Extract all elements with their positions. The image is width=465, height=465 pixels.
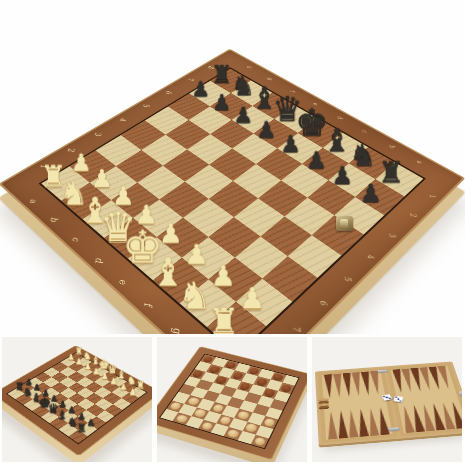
checkers-square (230, 370, 246, 381)
square-c3 (94, 387, 111, 398)
rank-label-3: 3 (93, 132, 103, 136)
checkers-square (223, 360, 239, 370)
checkers-square (200, 354, 216, 364)
square-f5 (51, 382, 68, 393)
latch-clasp-icon (336, 216, 353, 231)
black-rook-piece-h8: ♜ (15, 382, 24, 392)
white-pawn-piece-f2: ♟ (84, 362, 91, 370)
rank-label-far-1: 1 (427, 194, 437, 198)
square-g6 (34, 383, 51, 394)
square-g2: ♟ (68, 362, 84, 372)
black-rook-piece-a8: ♜ (211, 62, 233, 87)
backgammon-scene (312, 337, 462, 462)
square-g7: ♟ (25, 388, 42, 399)
rank-label-far-2: 2 (408, 213, 419, 217)
hinge-icon (388, 427, 399, 431)
checkers-square (266, 379, 282, 390)
white-pawn-piece-g2: ♟ (76, 358, 83, 366)
checkers-square (184, 376, 201, 387)
square-e8: ♚ (298, 119, 342, 148)
white-pawn-piece-h2: ♟ (68, 353, 75, 361)
rank-label-7: 7 (186, 78, 195, 81)
backgammon-point (333, 374, 344, 398)
black-pawn-piece-e7: ♟ (281, 133, 302, 156)
square-e1: ♚ (93, 367, 109, 377)
file-label-far-b: b (387, 145, 396, 148)
white-queen-piece-d1: ♛ (108, 364, 118, 375)
square-f8: ♝ (323, 132, 368, 163)
black-pawn-piece-g7: ♟ (332, 164, 354, 188)
backgammon-point-row (400, 401, 462, 433)
square-h1: ♜ (68, 353, 84, 362)
square-a6 (168, 93, 210, 120)
latch-clasp-pin (340, 219, 348, 228)
checkers-square (246, 366, 262, 376)
backgammon-point (351, 372, 363, 396)
rank-label-1: 1 (39, 164, 50, 168)
dark-checker (232, 372, 244, 379)
backgammon-half (318, 368, 397, 443)
square-d7: ♟ (254, 119, 298, 148)
backgammon-point-row (326, 407, 389, 439)
square-a1: ♜ (129, 387, 146, 398)
square-a5 (145, 107, 188, 135)
square-b6 (188, 106, 231, 134)
product-photo-canvas: ♜♞♝♛♚♝♞♜♟♟♟♟♟♟♟♟♟♟♟♟♟♟♟♟♜♞♝♛♚♝♞♜aabbccdd… (0, 0, 465, 465)
backgammon-point (437, 366, 453, 390)
checkers-square (218, 367, 234, 378)
rank-label-6: 6 (164, 91, 173, 94)
checkers-square (201, 372, 218, 383)
white-bishop-piece-c1: ♝ (117, 369, 127, 380)
checkers-square (220, 386, 237, 397)
file-label-far-a: a (415, 160, 425, 163)
checkers-square (190, 387, 207, 398)
square-h4 (44, 367, 60, 377)
square-c5 (187, 134, 232, 165)
rank-label-far-4: 4 (365, 254, 376, 258)
checkers-square (208, 382, 225, 393)
dark-checker (249, 367, 260, 374)
black-queen-piece-d8: ♛ (273, 92, 303, 126)
rank-label-far-7: 7 (291, 326, 303, 331)
square-h6 (26, 377, 43, 388)
backgammon-point (370, 371, 383, 395)
square-f2: ♟ (76, 367, 92, 377)
backgammon-point-row (324, 371, 383, 399)
backgammon-box (315, 361, 462, 445)
checkers-square (195, 361, 211, 371)
rank-label-far-6: 6 (318, 300, 329, 305)
thumbnail-strip: ♜♞♝♛♚♝♞♜♟♟♟♟♟♟♟♟♟♟♟♟♟♟♟♟♜♞♝♛♚♝♞♜ (2, 337, 462, 462)
dark-checker (209, 366, 221, 373)
dark-checker (239, 383, 251, 391)
square-e5 (60, 388, 77, 399)
white-pawn-piece-c2: ♟ (110, 377, 117, 385)
checkers-scene (168, 337, 296, 461)
square-g5 (43, 377, 60, 388)
square-h7: ♟ (17, 383, 34, 394)
square-d3 (85, 382, 102, 393)
square-h1: ♜ (207, 302, 266, 334)
square-c6 (210, 120, 254, 149)
file-label-far-d: d (336, 116, 345, 119)
file-label-g: g (171, 327, 184, 333)
white-bishop-piece-f1: ♝ (91, 355, 100, 365)
checkers-square (196, 379, 213, 390)
chess-board: ♜♞♝♛♚♝♞♜♟♟♟♟♟♟♟♟♟♟♟♟♟♟♟♟♜♞♝♛♚♝♞♜aabbccdd… (0, 49, 465, 334)
square-f6 (281, 164, 329, 198)
square-c8: ♝ (252, 93, 294, 120)
dark-checker (256, 378, 268, 386)
white-knight-piece-b1: ♞ (126, 375, 135, 385)
dark-checker (281, 384, 292, 392)
dark-checker (264, 389, 276, 397)
square-e3 (77, 377, 94, 388)
file-label-f: f (142, 303, 154, 307)
white-pawn-piece-b2: ♟ (120, 382, 128, 390)
square-d6 (232, 133, 277, 164)
checkers-square (278, 383, 294, 394)
file-label-d: d (93, 257, 105, 262)
square-b3 (116, 150, 163, 182)
black-pawn-piece-h7: ♟ (360, 181, 382, 206)
mini-chess-board: ♜♞♝♛♚♝♞♜♟♟♟♟♟♟♟♟♟♟♟♟♟♟♟♟♜♞♝♛♚♝♞♜ (2, 345, 152, 456)
square-a7: ♟ (190, 81, 231, 106)
main-photo[interactable]: ♜♞♝♛♚♝♞♜♟♟♟♟♟♟♟♟♟♟♟♟♟♟♟♟♜♞♝♛♚♝♞♜aabbccdd… (0, 0, 465, 334)
file-label-c: c (70, 237, 82, 241)
square-a3 (96, 135, 142, 166)
backgammon-half (386, 363, 462, 436)
square-f6 (42, 388, 59, 399)
square-a8: ♜ (210, 69, 250, 93)
light-checker (169, 402, 182, 410)
light-checker (194, 409, 207, 418)
square-b1: ♞ (119, 382, 136, 393)
white-pawn-piece-d2: ♟ (101, 372, 108, 380)
thumbnail-backgammon[interactable] (312, 337, 462, 462)
square-c1: ♝ (82, 200, 133, 238)
white-pawn-piece-e2: ♟ (93, 367, 100, 375)
backgammon-point-row (392, 366, 453, 393)
file-label-far-g: g (267, 78, 275, 81)
white-knight-piece-g1: ♞ (83, 351, 92, 361)
light-checker (253, 436, 266, 446)
square-h5 (35, 372, 52, 382)
file-label-far-c: c (361, 130, 370, 133)
black-pawn-piece-f7: ♟ (306, 148, 327, 172)
white-rook-piece-a1: ♜ (136, 381, 145, 391)
checkers-square (190, 369, 207, 380)
square-e4 (68, 382, 85, 393)
square-e6 (256, 148, 302, 180)
rank-label-4: 4 (118, 118, 128, 121)
rank-label-far-5: 5 (342, 277, 353, 282)
file-label-far-e: e (311, 103, 319, 106)
white-pawn-piece-a2: ♟ (129, 388, 137, 397)
backgammon-point (392, 369, 406, 393)
chess-3d-scene: ♜♞♝♛♚♝♞♜♟♟♟♟♟♟♟♟♟♟♟♟♟♟♟♟♜♞♝♛♚♝♞♜aabbccdd… (68, 16, 398, 334)
checkers-square (237, 381, 254, 392)
square-c7: ♟ (231, 106, 274, 134)
die-icon (381, 394, 392, 401)
black-pawn-piece-c7: ♟ (234, 105, 254, 127)
square-f4 (60, 377, 77, 388)
backgammon-point (401, 369, 415, 393)
backgammon-point (324, 374, 334, 399)
square-f1: ♝ (84, 362, 100, 372)
white-king-piece-e1: ♚ (98, 358, 109, 370)
square-a2: ♟ (69, 150, 116, 182)
file-label-b: b (48, 217, 60, 222)
thumbnail-chess-angled[interactable]: ♜♞♝♛♚♝♞♜♟♟♟♟♟♟♟♟♟♟♟♟♟♟♟♟♜♞♝♛♚♝♞♜ (2, 337, 152, 462)
rank-label-8: 8 (207, 66, 215, 69)
checkers-square (258, 369, 274, 380)
square-b5 (165, 120, 209, 149)
dark-checker (273, 373, 284, 381)
black-bishop-piece-f8: ♝ (323, 124, 351, 156)
thumbnail-checkers[interactable] (157, 337, 307, 462)
backgammon-point (419, 367, 434, 391)
dark-checker (203, 356, 214, 363)
square-c2: ♟ (102, 382, 119, 393)
black-pawn-piece-b7: ♟ (212, 91, 231, 112)
black-knight-piece-g8: ♞ (350, 141, 377, 171)
black-pawn-piece-g7: ♟ (33, 383, 41, 391)
backgammon-point (410, 368, 424, 392)
dark-checker (192, 370, 204, 377)
square-b8: ♞ (231, 80, 272, 105)
black-bishop-piece-c8: ♝ (251, 83, 277, 112)
checkers-square (282, 375, 298, 386)
black-pawn-piece-a7: ♟ (192, 79, 211, 100)
rank-label-far-3: 3 (387, 233, 398, 237)
square-d2: ♟ (94, 377, 111, 388)
square-c4 (163, 149, 210, 181)
checkers-square (213, 375, 230, 386)
black-pawn-piece-h7: ♟ (25, 378, 32, 386)
white-rook-piece-h1: ♜ (75, 347, 83, 356)
checkers-square (225, 378, 242, 389)
backgammon-point (428, 367, 443, 391)
square-h3 (52, 362, 68, 372)
square-h2: ♟ (60, 358, 76, 367)
hinge-icon (377, 370, 387, 373)
file-label-far-f: f (288, 90, 296, 92)
square-e7: ♟ (278, 133, 323, 164)
square-a1: ♜ (41, 166, 89, 200)
black-knight-piece-b8: ♞ (231, 72, 255, 99)
square-d1: ♛ (101, 372, 118, 382)
square-c1: ♝ (110, 377, 127, 387)
checkers-square (211, 357, 227, 367)
rank-label-5: 5 (142, 104, 151, 107)
square-g4 (52, 372, 69, 382)
square-b7: ♟ (210, 93, 252, 120)
file-label-a: a (28, 199, 39, 203)
backgammon-point (361, 371, 373, 395)
dark-checker (225, 362, 236, 369)
square-f7: ♟ (302, 148, 348, 180)
backgammon-point (342, 373, 353, 397)
square-g1: ♞ (76, 358, 92, 367)
mini-chess-scene: ♜♞♝♛♚♝♞♜♟♟♟♟♟♟♟♟♟♟♟♟♟♟♟♟♜♞♝♛♚♝♞♜ (17, 337, 137, 453)
square-g8: ♞ (349, 147, 395, 179)
checkers-square (215, 394, 232, 406)
checkers-square (242, 373, 258, 384)
file-label-far-h: h (246, 66, 254, 68)
square-h8: ♜ (376, 162, 423, 196)
square-d5 (209, 149, 255, 181)
rank-label-2: 2 (66, 148, 76, 152)
square-a4 (121, 120, 165, 149)
white-pawn-piece-a2: ♟ (70, 151, 91, 175)
square-e2: ♟ (85, 372, 102, 382)
checkers-square (178, 384, 195, 395)
dark-checker (215, 376, 227, 384)
file-label-e: e (117, 279, 129, 284)
checkers-square (234, 363, 250, 373)
black-pawn-piece-d7: ♟ (257, 118, 277, 140)
checkers-square (206, 364, 222, 374)
checkers-square (249, 384, 266, 395)
checkers-square (270, 372, 286, 383)
square-d8: ♛ (275, 105, 318, 133)
square-g3 (60, 367, 76, 377)
latch-icon (459, 391, 462, 396)
square-b4 (141, 135, 186, 166)
checkers-square (254, 376, 270, 387)
square-f3 (68, 372, 85, 382)
black-king-piece-e8: ♚ (295, 103, 329, 140)
